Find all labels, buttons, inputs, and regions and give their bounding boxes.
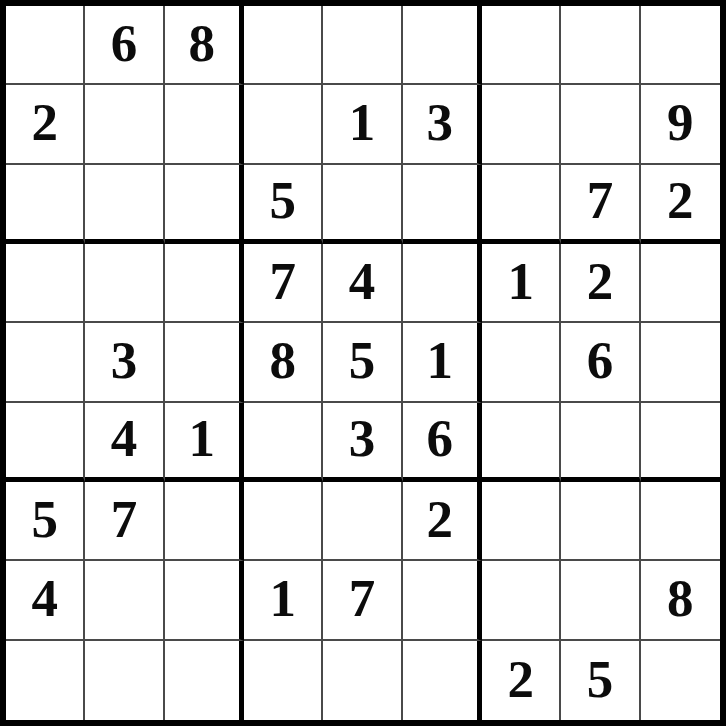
cell-r4c9[interactable] (641, 244, 720, 323)
given-digit: 2 (667, 174, 694, 227)
cell-r2c8[interactable] (561, 85, 640, 164)
cell-r3c6[interactable] (403, 165, 482, 244)
given-digit: 5 (349, 334, 376, 387)
cell-r1c7[interactable] (482, 6, 561, 85)
given-digit: 1 (427, 334, 454, 387)
cell-r4c6[interactable] (403, 244, 482, 323)
cell-r7c3[interactable] (165, 482, 244, 561)
cell-r9c3[interactable] (165, 641, 244, 720)
cell-r9c8[interactable]: 5 (561, 641, 640, 720)
cell-r2c7[interactable] (482, 85, 561, 164)
cell-r2c6[interactable]: 3 (403, 85, 482, 164)
cell-r5c3[interactable] (165, 323, 244, 402)
cell-r4c1[interactable] (6, 244, 85, 323)
cell-r9c5[interactable] (323, 641, 402, 720)
cell-r7c1[interactable]: 5 (6, 482, 85, 561)
cell-r7c7[interactable] (482, 482, 561, 561)
cell-r9c1[interactable] (6, 641, 85, 720)
given-digit: 1 (189, 412, 216, 465)
cell-r2c2[interactable] (85, 85, 164, 164)
cell-r5c1[interactable] (6, 323, 85, 402)
cell-r1c2[interactable]: 6 (85, 6, 164, 85)
given-digit: 9 (667, 96, 694, 149)
cell-r6c9[interactable] (641, 403, 720, 482)
cell-r5c8[interactable]: 6 (561, 323, 640, 402)
cell-r6c2[interactable]: 4 (85, 403, 164, 482)
given-digit: 8 (667, 572, 694, 625)
given-digit: 8 (269, 334, 296, 387)
cell-r4c5[interactable]: 4 (323, 244, 402, 323)
cell-r2c1[interactable]: 2 (6, 85, 85, 164)
given-digit: 5 (31, 493, 58, 546)
cell-r8c3[interactable] (165, 561, 244, 640)
cell-r6c7[interactable] (482, 403, 561, 482)
cell-r9c2[interactable] (85, 641, 164, 720)
given-digit: 6 (427, 412, 454, 465)
given-digit: 7 (269, 255, 296, 308)
cell-r3c8[interactable]: 7 (561, 165, 640, 244)
cell-r9c4[interactable] (244, 641, 323, 720)
cell-r8c6[interactable] (403, 561, 482, 640)
cell-r5c7[interactable] (482, 323, 561, 402)
given-digit: 3 (349, 412, 376, 465)
cell-r3c7[interactable] (482, 165, 561, 244)
given-digit: 3 (427, 96, 454, 149)
given-digit: 6 (111, 17, 138, 70)
cell-r6c8[interactable] (561, 403, 640, 482)
cell-r9c6[interactable] (403, 641, 482, 720)
cell-r8c8[interactable] (561, 561, 640, 640)
cell-r8c4[interactable]: 1 (244, 561, 323, 640)
given-digit: 1 (269, 572, 296, 625)
cell-r6c4[interactable] (244, 403, 323, 482)
sudoku-board: 6821395727412385164136572417825 (0, 0, 726, 726)
cell-r1c3[interactable]: 8 (165, 6, 244, 85)
given-digit: 2 (507, 653, 534, 706)
given-digit: 7 (349, 572, 376, 625)
cell-r7c2[interactable]: 7 (85, 482, 164, 561)
given-digit: 1 (507, 255, 534, 308)
cell-r5c9[interactable] (641, 323, 720, 402)
cell-r5c5[interactable]: 5 (323, 323, 402, 402)
cell-r7c5[interactable] (323, 482, 402, 561)
cell-r6c6[interactable]: 6 (403, 403, 482, 482)
cell-r6c5[interactable]: 3 (323, 403, 402, 482)
cell-r1c6[interactable] (403, 6, 482, 85)
cell-r7c4[interactable] (244, 482, 323, 561)
given-digit: 3 (111, 334, 138, 387)
cell-r8c1[interactable]: 4 (6, 561, 85, 640)
given-digit: 8 (189, 17, 216, 70)
given-digit: 2 (427, 493, 454, 546)
cell-r9c7[interactable]: 2 (482, 641, 561, 720)
given-digit: 4 (111, 412, 138, 465)
cell-r1c9[interactable] (641, 6, 720, 85)
cell-r6c3[interactable]: 1 (165, 403, 244, 482)
cell-r8c9[interactable]: 8 (641, 561, 720, 640)
cell-r6c1[interactable] (6, 403, 85, 482)
cell-r2c4[interactable] (244, 85, 323, 164)
cell-r2c3[interactable] (165, 85, 244, 164)
cell-r9c9[interactable] (641, 641, 720, 720)
cell-r5c6[interactable]: 1 (403, 323, 482, 402)
cell-r5c2[interactable]: 3 (85, 323, 164, 402)
cell-r8c2[interactable] (85, 561, 164, 640)
given-digit: 4 (349, 255, 376, 308)
cell-r5c4[interactable]: 8 (244, 323, 323, 402)
given-digit: 1 (349, 96, 376, 149)
cell-r1c1[interactable] (6, 6, 85, 85)
cell-r4c2[interactable] (85, 244, 164, 323)
given-digit: 5 (269, 174, 296, 227)
given-digit: 5 (587, 653, 614, 706)
cell-r4c4[interactable]: 7 (244, 244, 323, 323)
cell-r8c5[interactable]: 7 (323, 561, 402, 640)
cell-r4c3[interactable] (165, 244, 244, 323)
cell-r7c8[interactable] (561, 482, 640, 561)
cell-r3c4[interactable]: 5 (244, 165, 323, 244)
given-digit: 2 (31, 96, 58, 149)
cell-r8c7[interactable] (482, 561, 561, 640)
cell-r2c9[interactable]: 9 (641, 85, 720, 164)
cell-r2c5[interactable]: 1 (323, 85, 402, 164)
cell-r3c3[interactable] (165, 165, 244, 244)
given-digit: 7 (587, 174, 614, 227)
cell-r3c2[interactable] (85, 165, 164, 244)
cell-r3c5[interactable] (323, 165, 402, 244)
given-digit: 4 (31, 572, 58, 625)
given-digit: 7 (111, 493, 138, 546)
cell-r4c8[interactable]: 2 (561, 244, 640, 323)
cell-r1c8[interactable] (561, 6, 640, 85)
cell-r1c5[interactable] (323, 6, 402, 85)
cell-r4c7[interactable]: 1 (482, 244, 561, 323)
cell-r7c6[interactable]: 2 (403, 482, 482, 561)
cell-r7c9[interactable] (641, 482, 720, 561)
cell-r3c1[interactable] (6, 165, 85, 244)
given-digit: 6 (587, 334, 614, 387)
given-digit: 2 (587, 255, 614, 308)
cell-r1c4[interactable] (244, 6, 323, 85)
cell-r3c9[interactable]: 2 (641, 165, 720, 244)
